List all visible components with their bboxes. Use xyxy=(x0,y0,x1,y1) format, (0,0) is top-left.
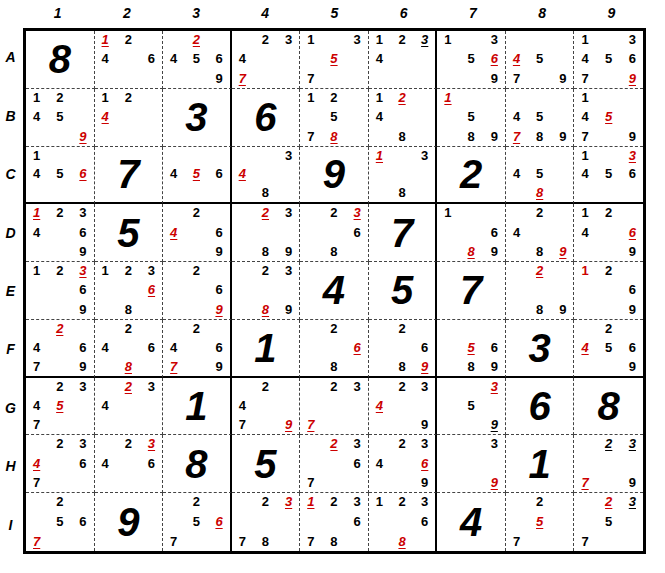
solved-digit-4: 4 xyxy=(323,270,345,310)
cell-I5[interactable]: 123678 xyxy=(300,493,369,551)
candidate-2: 2 xyxy=(51,264,69,281)
candidate-8: 8 xyxy=(119,356,137,373)
candidate-3: 3 xyxy=(343,437,361,454)
candidate-3: 3 xyxy=(343,33,361,50)
cell-B6[interactable]: 1248 xyxy=(369,89,438,147)
candidate-2: 2 xyxy=(119,91,137,108)
candidate-2: 2 xyxy=(257,206,275,223)
candidate-5: 5 xyxy=(600,339,618,356)
candidate-grid: 12368 xyxy=(369,493,436,551)
candidate-2: 2 xyxy=(188,33,206,50)
cell-I8[interactable]: 257 xyxy=(506,493,575,551)
row-label-C: C xyxy=(0,145,21,203)
cell-F5[interactable]: 268 xyxy=(300,320,369,378)
candidate-3: 3 xyxy=(274,495,292,513)
candidate-1: 1 xyxy=(376,495,394,513)
col-label-2: 2 xyxy=(92,2,161,24)
cell-A2[interactable]: 1246 xyxy=(95,31,164,89)
cell-I4[interactable]: 2378 xyxy=(232,493,301,551)
candidate-6: 6 xyxy=(69,455,87,472)
solved-digit-5: 5 xyxy=(117,213,139,253)
candidate-9: 9 xyxy=(480,125,498,142)
candidate-grid: 123678 xyxy=(300,493,368,551)
cell-G8[interactable]: 6 xyxy=(506,378,575,436)
cell-G1[interactable]: 23457 xyxy=(26,378,95,436)
candidate-grid: 2368 xyxy=(300,204,368,261)
candidate-2: 2 xyxy=(51,380,69,397)
cell-D2[interactable]: 5 xyxy=(95,204,164,262)
candidate-2: 2 xyxy=(119,380,137,397)
candidate-6: 6 xyxy=(137,281,155,298)
cell-E4[interactable]: 2389 xyxy=(232,262,301,320)
candidate-6: 6 xyxy=(411,339,429,356)
candidate-grid: 2479 xyxy=(232,378,300,435)
cell-H9[interactable]: 2379 xyxy=(574,435,643,493)
candidate-6: 6 xyxy=(69,513,87,531)
solved-digit-9: 9 xyxy=(323,154,345,194)
candidate-7: 7 xyxy=(239,414,257,431)
candidate-6: 6 xyxy=(137,339,155,356)
candidate-7: 7 xyxy=(33,356,51,373)
candidate-3: 3 xyxy=(618,495,636,513)
cell-H8[interactable]: 1 xyxy=(506,435,575,493)
candidate-2: 2 xyxy=(188,322,206,339)
candidate-1: 1 xyxy=(581,149,599,166)
candidate-5: 5 xyxy=(531,165,549,182)
candidate-5: 5 xyxy=(531,513,549,531)
candidate-grid: 2469 xyxy=(163,204,230,261)
candidate-grid: 24569 xyxy=(574,320,643,376)
candidate-grid: 13456 xyxy=(574,147,643,203)
candidate-3: 3 xyxy=(480,33,498,50)
candidate-3: 3 xyxy=(411,33,429,50)
candidate-5: 5 xyxy=(188,513,206,531)
candidate-2: 2 xyxy=(257,264,275,281)
candidate-1: 1 xyxy=(102,33,120,50)
candidate-9: 9 xyxy=(618,472,636,489)
candidate-grid: 458 xyxy=(506,147,574,203)
candidate-6: 6 xyxy=(411,513,429,531)
candidate-6: 6 xyxy=(205,339,223,356)
candidate-grid: 12369 xyxy=(26,262,94,319)
candidate-3: 3 xyxy=(274,264,292,281)
candidate-9: 9 xyxy=(480,472,498,489)
candidate-4: 4 xyxy=(513,165,531,182)
cell-I6[interactable]: 12368 xyxy=(369,493,438,551)
solved-digit-6: 6 xyxy=(529,386,551,426)
cell-C2[interactable]: 7 xyxy=(95,147,164,205)
candidate-9: 9 xyxy=(618,241,636,258)
row-label-G: G xyxy=(0,379,21,437)
cell-H7[interactable]: 39 xyxy=(437,435,506,493)
candidate-9: 9 xyxy=(618,125,636,142)
solved-digit-3: 3 xyxy=(529,328,551,368)
candidate-8: 8 xyxy=(531,182,549,199)
cell-G7[interactable]: 359 xyxy=(437,378,506,436)
candidate-2: 2 xyxy=(600,495,618,513)
cell-C7[interactable]: 2 xyxy=(437,147,506,205)
cell-I9[interactable]: 2357 xyxy=(574,493,643,551)
candidate-2: 2 xyxy=(257,380,275,397)
solved-digit-8: 8 xyxy=(598,386,620,426)
candidate-grid: 23469 xyxy=(369,435,436,492)
cell-D3[interactable]: 2469 xyxy=(163,204,232,262)
candidate-6: 6 xyxy=(137,50,155,67)
cell-H1[interactable]: 23467 xyxy=(26,435,95,493)
candidate-1: 1 xyxy=(581,91,599,108)
cell-G5[interactable]: 237 xyxy=(300,378,369,436)
candidate-5: 5 xyxy=(51,108,69,125)
col-label-8: 8 xyxy=(508,2,577,24)
candidate-4: 4 xyxy=(33,224,51,241)
cell-C9[interactable]: 13456 xyxy=(574,147,643,205)
candidate-4: 4 xyxy=(102,339,120,356)
candidate-6: 6 xyxy=(618,224,636,241)
candidate-9: 9 xyxy=(549,125,567,142)
candidate-grid: 359 xyxy=(437,378,505,435)
candidate-6: 6 xyxy=(69,224,87,241)
row-label-H: H xyxy=(0,437,21,495)
cell-D8[interactable]: 2489 xyxy=(506,204,575,262)
candidate-grid: 124 xyxy=(95,89,163,146)
candidate-1: 1 xyxy=(376,33,394,50)
candidate-7: 7 xyxy=(581,530,599,548)
cell-A4[interactable]: 2347 xyxy=(232,31,301,89)
col-label-5: 5 xyxy=(300,2,369,24)
cell-D1[interactable]: 123469 xyxy=(26,204,95,262)
candidate-3: 3 xyxy=(343,380,361,397)
candidate-5: 5 xyxy=(600,513,618,531)
candidate-3: 3 xyxy=(618,437,636,454)
candidate-8: 8 xyxy=(393,125,411,142)
candidate-9: 9 xyxy=(69,241,87,258)
candidate-9: 9 xyxy=(411,472,429,489)
candidate-9: 9 xyxy=(618,299,636,316)
cell-A5[interactable]: 1357 xyxy=(300,31,369,89)
candidate-6: 6 xyxy=(343,513,361,531)
candidate-grid: 1248 xyxy=(369,89,436,146)
cell-H2[interactable]: 2346 xyxy=(95,435,164,493)
candidate-3: 3 xyxy=(69,206,87,223)
candidate-8: 8 xyxy=(462,356,480,373)
cell-I7[interactable]: 4 xyxy=(437,493,506,551)
candidate-8: 8 xyxy=(462,241,480,258)
col-label-6: 6 xyxy=(369,2,438,24)
candidate-2: 2 xyxy=(393,437,411,454)
candidate-9: 9 xyxy=(205,68,223,85)
cell-E8[interactable]: 289 xyxy=(506,262,575,320)
candidate-grid: 2468 xyxy=(95,320,163,376)
cell-F6[interactable]: 2689 xyxy=(369,320,438,378)
cell-B5[interactable]: 12578 xyxy=(300,89,369,147)
cell-D7[interactable]: 1689 xyxy=(437,204,506,262)
col-label-4: 4 xyxy=(231,2,300,24)
candidate-2: 2 xyxy=(531,206,549,223)
candidate-1: 1 xyxy=(444,33,462,50)
candidate-3: 3 xyxy=(274,33,292,50)
cell-D5[interactable]: 2368 xyxy=(300,204,369,262)
candidate-grid: 289 xyxy=(506,262,574,319)
cell-G9[interactable]: 8 xyxy=(574,378,643,436)
solved-digit-8: 8 xyxy=(49,39,71,79)
cell-E5[interactable]: 4 xyxy=(300,262,369,320)
candidate-7: 7 xyxy=(33,414,51,431)
candidate-5: 5 xyxy=(51,165,69,182)
cell-D9[interactable]: 12469 xyxy=(574,204,643,262)
candidate-1: 1 xyxy=(33,264,51,281)
cell-B2[interactable]: 124 xyxy=(95,89,164,147)
candidate-grid: 1689 xyxy=(437,204,505,261)
candidate-1: 1 xyxy=(33,206,51,223)
col-label-1: 1 xyxy=(23,2,92,24)
candidate-4: 4 xyxy=(33,165,51,182)
candidate-grid: 24569 xyxy=(163,31,230,88)
candidate-6: 6 xyxy=(205,50,223,67)
candidate-9: 9 xyxy=(205,241,223,258)
solved-digit-2: 2 xyxy=(460,154,482,194)
row-labels: ABCDEFGHI xyxy=(0,28,21,554)
candidate-grid: 5689 xyxy=(437,320,505,376)
cell-I2[interactable]: 9 xyxy=(95,493,164,551)
candidate-6: 6 xyxy=(205,281,223,298)
candidate-4: 4 xyxy=(581,224,599,241)
candidate-5: 5 xyxy=(531,108,549,125)
candidate-1: 1 xyxy=(444,91,462,108)
candidate-4: 4 xyxy=(33,455,51,472)
cell-B4[interactable]: 6 xyxy=(232,89,301,147)
candidate-2: 2 xyxy=(51,495,69,513)
candidate-2: 2 xyxy=(325,322,343,339)
cell-E9[interactable]: 1269 xyxy=(574,262,643,320)
candidate-1: 1 xyxy=(581,264,599,281)
candidate-6: 6 xyxy=(480,224,498,241)
candidate-2: 2 xyxy=(600,322,618,339)
cell-D6[interactable]: 7 xyxy=(369,204,438,262)
candidate-grid: 138 xyxy=(369,147,436,203)
candidate-3: 3 xyxy=(274,206,292,223)
candidate-1: 1 xyxy=(444,206,462,223)
cell-C8[interactable]: 458 xyxy=(506,147,575,205)
candidate-4: 4 xyxy=(513,50,531,67)
cell-A1[interactable]: 8 xyxy=(26,31,95,89)
cell-E7[interactable]: 7 xyxy=(437,262,506,320)
cell-G2[interactable]: 234 xyxy=(95,378,164,436)
candidate-4: 4 xyxy=(33,339,51,356)
cell-F4[interactable]: 1 xyxy=(232,320,301,378)
cell-B8[interactable]: 45789 xyxy=(506,89,575,147)
candidate-9: 9 xyxy=(480,356,498,373)
candidate-8: 8 xyxy=(393,182,411,199)
candidate-3: 3 xyxy=(69,437,87,454)
candidate-3: 3 xyxy=(480,380,498,397)
candidate-7: 7 xyxy=(33,530,51,548)
cell-B7[interactable]: 1589 xyxy=(437,89,506,147)
candidate-grid: 2346 xyxy=(95,435,163,492)
candidate-4: 4 xyxy=(376,50,394,67)
column-labels: 123456789 xyxy=(23,2,646,24)
candidate-5: 5 xyxy=(600,50,618,67)
candidate-8: 8 xyxy=(257,530,275,548)
col-label-7: 7 xyxy=(438,2,507,24)
candidate-1: 1 xyxy=(376,91,394,108)
candidate-1: 1 xyxy=(581,206,599,223)
candidate-8: 8 xyxy=(325,125,343,142)
candidate-5: 5 xyxy=(325,50,343,67)
cell-A9[interactable]: 1345679 xyxy=(574,31,643,89)
candidate-2: 2 xyxy=(119,33,137,50)
candidate-7: 7 xyxy=(513,125,531,142)
candidate-3: 3 xyxy=(69,264,87,281)
candidate-5: 5 xyxy=(462,339,480,356)
cell-E6[interactable]: 5 xyxy=(369,262,438,320)
row-label-A: A xyxy=(0,28,21,86)
candidate-4: 4 xyxy=(239,397,257,414)
cell-C4[interactable]: 348 xyxy=(232,147,301,205)
cell-F8[interactable]: 3 xyxy=(506,320,575,378)
candidate-grid: 1456 xyxy=(26,147,94,203)
cell-E3[interactable]: 269 xyxy=(163,262,232,320)
candidate-5: 5 xyxy=(462,50,480,67)
candidate-8: 8 xyxy=(393,356,411,373)
candidate-2: 2 xyxy=(600,206,618,223)
cell-F9[interactable]: 24569 xyxy=(574,320,643,378)
solved-digit-1: 1 xyxy=(185,386,207,426)
cell-B1[interactable]: 12459 xyxy=(26,89,95,147)
candidate-2: 2 xyxy=(325,437,343,454)
cell-A8[interactable]: 4579 xyxy=(506,31,575,89)
candidate-7: 7 xyxy=(170,530,188,548)
candidate-6: 6 xyxy=(343,339,361,356)
candidate-7: 7 xyxy=(307,68,325,85)
candidate-6: 6 xyxy=(480,339,498,356)
candidate-grid: 348 xyxy=(232,147,300,203)
cell-F2[interactable]: 2468 xyxy=(95,320,164,378)
candidate-5: 5 xyxy=(531,50,549,67)
candidate-8: 8 xyxy=(393,530,411,548)
candidate-2: 2 xyxy=(119,264,137,281)
candidate-grid: 2689 xyxy=(369,320,436,376)
candidate-8: 8 xyxy=(531,125,549,142)
cell-A3[interactable]: 24569 xyxy=(163,31,232,89)
candidate-7: 7 xyxy=(307,414,325,431)
candidate-7: 7 xyxy=(170,356,188,373)
candidate-4: 4 xyxy=(581,165,599,182)
candidate-grid: 24679 xyxy=(26,320,94,376)
candidate-grid: 14579 xyxy=(574,89,643,146)
candidate-4: 4 xyxy=(102,50,120,67)
candidate-6: 6 xyxy=(69,339,87,356)
row-label-D: D xyxy=(0,203,21,261)
candidate-2: 2 xyxy=(188,206,206,223)
candidate-4: 4 xyxy=(376,397,394,414)
candidate-2: 2 xyxy=(393,91,411,108)
candidate-2: 2 xyxy=(600,264,618,281)
cell-C1[interactable]: 1456 xyxy=(26,147,95,205)
candidate-4: 4 xyxy=(581,339,599,356)
candidate-1: 1 xyxy=(102,264,120,281)
cell-C6[interactable]: 138 xyxy=(369,147,438,205)
cell-G6[interactable]: 2349 xyxy=(369,378,438,436)
candidate-grid: 2567 xyxy=(26,493,94,551)
cell-F3[interactable]: 24679 xyxy=(163,320,232,378)
candidate-grid: 2489 xyxy=(506,204,574,261)
candidate-9: 9 xyxy=(549,68,567,85)
cell-H5[interactable]: 2367 xyxy=(300,435,369,493)
candidate-4: 4 xyxy=(513,224,531,241)
cell-C3[interactable]: 456 xyxy=(163,147,232,205)
candidate-3: 3 xyxy=(411,437,429,454)
candidate-3: 3 xyxy=(343,495,361,513)
candidate-6: 6 xyxy=(618,339,636,356)
cell-F1[interactable]: 24679 xyxy=(26,320,95,378)
cell-I1[interactable]: 2567 xyxy=(26,493,95,551)
candidate-grid: 12578 xyxy=(300,89,368,146)
candidate-grid: 123469 xyxy=(26,204,94,261)
solved-digit-7: 7 xyxy=(117,154,139,194)
candidate-4: 4 xyxy=(170,224,188,241)
cell-B3[interactable]: 3 xyxy=(163,89,232,147)
cell-I3[interactable]: 2567 xyxy=(163,493,232,551)
candidate-2: 2 xyxy=(393,495,411,513)
solved-digit-1: 1 xyxy=(529,444,551,484)
cell-G4[interactable]: 2479 xyxy=(232,378,301,436)
candidate-2: 2 xyxy=(600,437,618,454)
cell-C5[interactable]: 9 xyxy=(300,147,369,205)
candidate-6: 6 xyxy=(343,455,361,472)
cell-E2[interactable]: 12368 xyxy=(95,262,164,320)
candidate-9: 9 xyxy=(618,356,636,373)
candidate-9: 9 xyxy=(411,356,429,373)
sudoku-page: 123456789 ABCDEFGHI 81246245692347135712… xyxy=(0,0,665,573)
solved-digit-5: 5 xyxy=(254,444,276,484)
candidate-9: 9 xyxy=(274,241,292,258)
candidate-1: 1 xyxy=(307,495,325,513)
candidate-8: 8 xyxy=(325,241,343,258)
candidate-7: 7 xyxy=(239,530,257,548)
col-label-9: 9 xyxy=(577,2,646,24)
cell-H3[interactable]: 8 xyxy=(163,435,232,493)
candidate-grid: 12368 xyxy=(95,262,163,319)
candidate-2: 2 xyxy=(393,322,411,339)
cell-F7[interactable]: 5689 xyxy=(437,320,506,378)
candidate-9: 9 xyxy=(480,414,498,431)
candidate-6: 6 xyxy=(69,281,87,298)
cell-B9[interactable]: 14579 xyxy=(574,89,643,147)
candidate-4: 4 xyxy=(33,397,51,414)
candidate-5: 5 xyxy=(51,397,69,414)
candidate-3: 3 xyxy=(137,380,155,397)
solved-digit-8: 8 xyxy=(185,444,207,484)
candidate-6: 6 xyxy=(205,165,223,182)
candidate-6: 6 xyxy=(618,50,636,67)
candidate-grid: 1234 xyxy=(369,31,436,88)
cell-D4[interactable]: 2389 xyxy=(232,204,301,262)
candidate-6: 6 xyxy=(137,455,155,472)
cell-G3[interactable]: 1 xyxy=(163,378,232,436)
candidate-1: 1 xyxy=(33,149,51,166)
candidate-grid: 1269 xyxy=(574,262,643,319)
candidate-6: 6 xyxy=(69,165,87,182)
cell-H4[interactable]: 5 xyxy=(232,435,301,493)
cell-E1[interactable]: 12369 xyxy=(26,262,95,320)
cell-A6[interactable]: 1234 xyxy=(369,31,438,89)
cell-H6[interactable]: 23469 xyxy=(369,435,438,493)
cell-A7[interactable]: 13569 xyxy=(437,31,506,89)
candidate-grid: 12469 xyxy=(574,204,643,261)
candidate-9: 9 xyxy=(274,299,292,316)
candidate-2: 2 xyxy=(257,33,275,50)
candidate-grid: 456 xyxy=(163,147,230,203)
